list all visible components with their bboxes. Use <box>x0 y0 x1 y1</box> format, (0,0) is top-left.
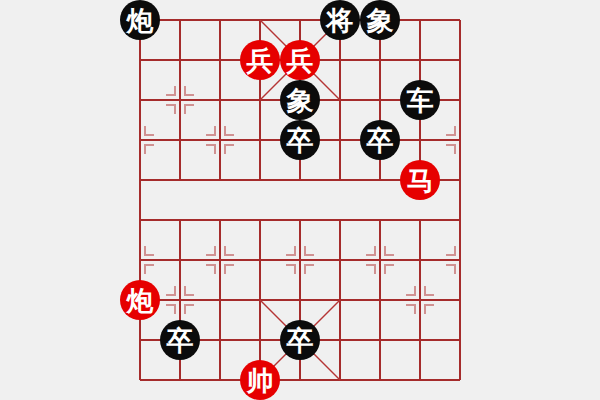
piece-red-horse[interactable]: 马 <box>400 160 440 200</box>
piece-black-elephant-1[interactable]: 象 <box>360 0 400 40</box>
piece-black-soldier-2[interactable]: 卒 <box>360 120 400 160</box>
piece-black-soldier-3[interactable]: 卒 <box>160 320 200 360</box>
piece-black-soldier-4[interactable]: 卒 <box>280 320 320 360</box>
piece-red-soldier-2[interactable]: 兵 <box>280 40 320 80</box>
piece-red-general[interactable]: 帅 <box>240 360 280 400</box>
piece-red-cannon[interactable]: 炮 <box>120 280 160 320</box>
pieces-layer[interactable]: 炮将象兵兵象车卒卒马炮卒卒帅 <box>120 0 480 400</box>
piece-black-soldier-1[interactable]: 卒 <box>280 120 320 160</box>
piece-black-chariot[interactable]: 车 <box>400 80 440 120</box>
xiangqi-app: 炮将象兵兵象车卒卒马炮卒卒帅 <box>0 0 600 400</box>
piece-black-cannon[interactable]: 炮 <box>120 0 160 40</box>
piece-black-elephant-2[interactable]: 象 <box>280 80 320 120</box>
piece-black-general[interactable]: 将 <box>320 0 360 40</box>
piece-red-soldier-1[interactable]: 兵 <box>240 40 280 80</box>
